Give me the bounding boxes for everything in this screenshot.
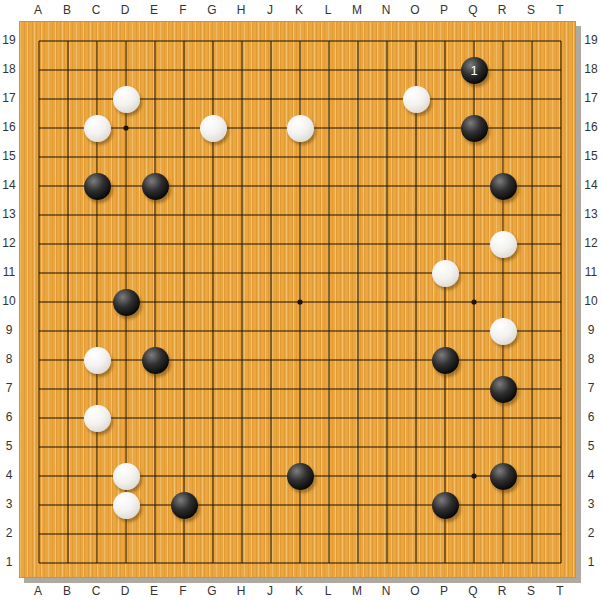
- column-label-top: D: [114, 3, 136, 17]
- column-label-bottom: M: [346, 584, 368, 598]
- white-stone[interactable]: [287, 115, 314, 142]
- row-label-left: 4: [0, 468, 20, 482]
- column-label-bottom: R: [491, 584, 513, 598]
- row-label-right: 18: [580, 62, 602, 76]
- column-label-top: B: [56, 3, 78, 17]
- column-label-bottom: K: [288, 584, 310, 598]
- column-label-top: P: [433, 3, 455, 17]
- row-label-left: 7: [0, 381, 20, 395]
- white-stone[interactable]: [84, 405, 111, 432]
- row-label-right: 5: [580, 439, 602, 453]
- column-label-bottom: A: [27, 584, 49, 598]
- row-label-right: 7: [580, 381, 602, 395]
- white-stone[interactable]: [200, 115, 227, 142]
- column-label-top: F: [172, 3, 194, 17]
- column-label-bottom: B: [56, 584, 78, 598]
- column-label-bottom: L: [317, 584, 339, 598]
- row-label-left: 13: [0, 207, 20, 221]
- column-label-bottom: F: [172, 584, 194, 598]
- white-stone[interactable]: [490, 318, 517, 345]
- white-stone[interactable]: [403, 86, 430, 113]
- row-label-right: 8: [580, 352, 602, 366]
- row-label-right: 10: [580, 294, 602, 308]
- column-label-top: G: [201, 3, 223, 17]
- column-label-top: M: [346, 3, 368, 17]
- column-label-bottom: C: [85, 584, 107, 598]
- row-label-right: 2: [580, 526, 602, 540]
- go-diagram: ABCDEFGHJKLMNOPQRST ABCDEFGHJKLMNOPQRST …: [0, 0, 602, 601]
- row-label-left: 10: [0, 294, 20, 308]
- black-stone[interactable]: [432, 347, 459, 374]
- column-label-bottom: D: [114, 584, 136, 598]
- column-label-bottom: H: [230, 584, 252, 598]
- row-label-left: 11: [0, 265, 20, 279]
- column-label-top: Q: [462, 3, 484, 17]
- row-label-left: 18: [0, 62, 20, 76]
- column-label-top: T: [549, 3, 571, 17]
- column-label-top: O: [404, 3, 426, 17]
- column-label-top: N: [375, 3, 397, 17]
- column-label-bottom: N: [375, 584, 397, 598]
- row-label-right: 1: [580, 555, 602, 569]
- row-label-left: 9: [0, 323, 20, 337]
- row-label-right: 16: [580, 120, 602, 134]
- move-number-label: 1: [461, 57, 488, 84]
- black-stone[interactable]: [490, 173, 517, 200]
- white-stone[interactable]: [84, 115, 111, 142]
- white-stone[interactable]: [84, 347, 111, 374]
- column-label-top: C: [85, 3, 107, 17]
- column-label-top: H: [230, 3, 252, 17]
- row-label-left: 14: [0, 178, 20, 192]
- row-label-left: 3: [0, 497, 20, 511]
- column-label-top: L: [317, 3, 339, 17]
- column-label-top: R: [491, 3, 513, 17]
- column-label-bottom: T: [549, 584, 571, 598]
- row-label-right: 14: [580, 178, 602, 192]
- row-label-left: 16: [0, 120, 20, 134]
- row-label-left: 19: [0, 33, 20, 47]
- white-stone[interactable]: [490, 231, 517, 258]
- black-stone[interactable]: [287, 463, 314, 490]
- column-label-bottom: J: [259, 584, 281, 598]
- black-stone[interactable]: [490, 376, 517, 403]
- row-label-right: 15: [580, 149, 602, 163]
- column-label-top: E: [143, 3, 165, 17]
- black-stone[interactable]: [84, 173, 111, 200]
- row-label-right: 19: [580, 33, 602, 47]
- row-label-right: 6: [580, 410, 602, 424]
- white-stone[interactable]: [113, 86, 140, 113]
- black-stone[interactable]: [432, 492, 459, 519]
- column-label-top: S: [520, 3, 542, 17]
- black-stone[interactable]: [490, 463, 517, 490]
- white-stone[interactable]: [113, 463, 140, 490]
- column-label-top: J: [259, 3, 281, 17]
- black-stone[interactable]: [142, 347, 169, 374]
- column-label-bottom: P: [433, 584, 455, 598]
- stones-layer: 1: [20, 22, 575, 577]
- column-label-top: A: [27, 3, 49, 17]
- row-label-right: 4: [580, 468, 602, 482]
- black-stone[interactable]: [461, 115, 488, 142]
- goban[interactable]: 1: [19, 21, 576, 578]
- column-label-top: K: [288, 3, 310, 17]
- black-stone[interactable]: 1: [461, 57, 488, 84]
- row-label-left: 2: [0, 526, 20, 540]
- black-stone[interactable]: [142, 173, 169, 200]
- row-label-right: 17: [580, 91, 602, 105]
- row-label-left: 15: [0, 149, 20, 163]
- row-label-right: 11: [580, 265, 602, 279]
- row-label-right: 3: [580, 497, 602, 511]
- row-label-left: 5: [0, 439, 20, 453]
- row-label-left: 17: [0, 91, 20, 105]
- black-stone[interactable]: [171, 492, 198, 519]
- row-label-left: 6: [0, 410, 20, 424]
- white-stone[interactable]: [432, 260, 459, 287]
- column-label-bottom: Q: [462, 584, 484, 598]
- row-label-left: 8: [0, 352, 20, 366]
- row-label-left: 1: [0, 555, 20, 569]
- row-label-right: 9: [580, 323, 602, 337]
- row-label-left: 12: [0, 236, 20, 250]
- column-label-bottom: G: [201, 584, 223, 598]
- column-label-bottom: S: [520, 584, 542, 598]
- column-label-bottom: E: [143, 584, 165, 598]
- column-label-bottom: O: [404, 584, 426, 598]
- row-label-right: 12: [580, 236, 602, 250]
- black-stone[interactable]: [113, 289, 140, 316]
- row-label-right: 13: [580, 207, 602, 221]
- white-stone[interactable]: [113, 492, 140, 519]
